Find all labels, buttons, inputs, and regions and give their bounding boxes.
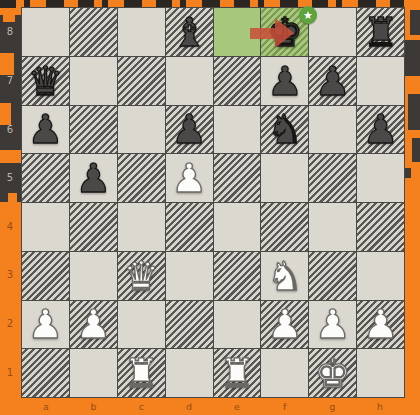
white-knight-f3[interactable]: ♞	[267, 256, 303, 296]
square-f8[interactable]: ♚	[261, 8, 308, 56]
square-e4[interactable]	[214, 203, 261, 251]
square-g3[interactable]	[309, 252, 356, 300]
square-g5[interactable]	[309, 154, 356, 202]
square-c7[interactable]	[118, 57, 165, 105]
square-a1[interactable]	[22, 349, 69, 397]
white-king-g1[interactable]: ♚	[315, 353, 351, 393]
square-b8[interactable]	[70, 8, 117, 56]
white-pawn-d5[interactable]: ♟	[171, 158, 207, 198]
square-d2[interactable]	[166, 301, 213, 349]
square-f1[interactable]	[261, 349, 308, 397]
file-label-e: e	[230, 401, 244, 412]
black-pawn-a6[interactable]: ♟	[28, 109, 64, 149]
square-h8[interactable]: ♜	[357, 8, 404, 56]
square-h4[interactable]	[357, 203, 404, 251]
white-pawn-h2[interactable]: ♟	[363, 304, 399, 344]
square-h5[interactable]	[357, 154, 404, 202]
pixel-decoration	[0, 53, 14, 75]
black-pawn-h6[interactable]: ♟	[363, 109, 399, 149]
black-rook-h8[interactable]: ♜	[363, 12, 399, 52]
rank-label-7: 7	[0, 75, 20, 87]
black-pawn-f7[interactable]: ♟	[267, 61, 303, 101]
square-h3[interactable]	[357, 252, 404, 300]
square-b7[interactable]	[70, 57, 117, 105]
square-h7[interactable]	[357, 57, 404, 105]
square-c6[interactable]	[118, 106, 165, 154]
chess-board-grid: ♝♚♜♛♟♟♟♟♞♟♟♟♛♞♟♟♟♟♟♜♜♚	[22, 8, 404, 397]
rank-label-1: 1	[0, 367, 20, 379]
white-queen-c3[interactable]: ♛	[123, 256, 159, 296]
square-h1[interactable]	[357, 349, 404, 397]
square-f2[interactable]: ♟	[261, 301, 308, 349]
left-coordinate-strip	[0, 8, 22, 397]
square-a3[interactable]	[22, 252, 69, 300]
pixel-decoration	[8, 193, 17, 202]
black-bishop-d8[interactable]: ♝	[171, 12, 207, 52]
square-a6[interactable]: ♟	[22, 106, 69, 154]
file-label-d: d	[182, 401, 196, 412]
square-e1[interactable]: ♜	[214, 349, 261, 397]
square-f3[interactable]: ♞	[261, 252, 308, 300]
frame-bottom-strip	[0, 397, 420, 415]
square-a2[interactable]: ♟	[22, 301, 69, 349]
pixel-decoration	[0, 8, 22, 15]
rank-label-8: 8	[0, 26, 20, 38]
white-rook-e1[interactable]: ♜	[219, 353, 255, 393]
black-queen-a7[interactable]: ♛	[28, 61, 64, 101]
square-d7[interactable]	[166, 57, 213, 105]
square-b5[interactable]: ♟	[70, 154, 117, 202]
square-b1[interactable]	[70, 349, 117, 397]
pixel-decoration	[404, 40, 420, 76]
square-d4[interactable]	[166, 203, 213, 251]
square-a7[interactable]: ♛	[22, 57, 69, 105]
white-pawn-g2[interactable]: ♟	[315, 304, 351, 344]
square-h6[interactable]: ♟	[357, 106, 404, 154]
rank-label-6: 6	[0, 124, 20, 136]
pixel-decoration	[0, 103, 11, 125]
pixel-decoration	[3, 15, 15, 22]
white-pawn-a2[interactable]: ♟	[28, 304, 64, 344]
square-g8[interactable]	[309, 8, 356, 56]
square-d1[interactable]	[166, 349, 213, 397]
black-pawn-b5[interactable]: ♟	[75, 158, 111, 198]
file-label-a: a	[39, 401, 53, 412]
rank-label-4: 4	[0, 221, 20, 233]
pixel-decoration	[0, 150, 22, 163]
square-d3[interactable]	[166, 252, 213, 300]
square-b4[interactable]	[70, 203, 117, 251]
white-pawn-b2[interactable]: ♟	[75, 304, 111, 344]
square-h2[interactable]: ♟	[357, 301, 404, 349]
square-f7[interactable]: ♟	[261, 57, 308, 105]
square-b3[interactable]	[70, 252, 117, 300]
square-d5[interactable]: ♟	[166, 154, 213, 202]
chess-app-screenshot: ♝♚♜♛♟♟♟♟♞♟♟♟♛♞♟♟♟♟♟♜♜♚ ★ 87654321abcdefg…	[0, 0, 420, 415]
pixel-decoration	[404, 168, 411, 178]
black-knight-f6[interactable]: ♞	[267, 109, 303, 149]
square-f5[interactable]	[261, 154, 308, 202]
square-a8[interactable]	[22, 8, 69, 56]
square-c1[interactable]: ♜	[118, 349, 165, 397]
rank-label-3: 3	[0, 269, 20, 281]
frame-right-strip	[404, 0, 420, 415]
square-e2[interactable]	[214, 301, 261, 349]
pixel-decoration	[408, 94, 420, 130]
square-e5[interactable]	[214, 154, 261, 202]
file-label-b: b	[87, 401, 101, 412]
black-pawn-g7[interactable]: ♟	[315, 61, 351, 101]
square-c2[interactable]	[118, 301, 165, 349]
square-g1[interactable]: ♚	[309, 349, 356, 397]
square-d8[interactable]: ♝	[166, 8, 213, 56]
square-b6[interactable]	[70, 106, 117, 154]
square-d6[interactable]: ♟	[166, 106, 213, 154]
file-label-c: c	[134, 401, 148, 412]
rank-label-5: 5	[0, 172, 20, 184]
square-c3[interactable]: ♛	[118, 252, 165, 300]
square-e8[interactable]	[214, 8, 261, 56]
square-c5[interactable]	[118, 154, 165, 202]
square-e6[interactable]	[214, 106, 261, 154]
square-g4[interactable]	[309, 203, 356, 251]
file-label-h: h	[373, 401, 387, 412]
square-e7[interactable]	[214, 57, 261, 105]
black-pawn-d6[interactable]: ♟	[171, 109, 207, 149]
square-f6[interactable]: ♞	[261, 106, 308, 154]
pixel-decoration	[412, 138, 420, 162]
file-label-g: g	[325, 401, 339, 412]
square-f4[interactable]	[261, 203, 308, 251]
square-b2[interactable]: ♟	[70, 301, 117, 349]
square-a4[interactable]	[22, 203, 69, 251]
square-c4[interactable]	[118, 203, 165, 251]
square-e3[interactable]	[214, 252, 261, 300]
square-g2[interactable]: ♟	[309, 301, 356, 349]
white-rook-c1[interactable]: ♜	[123, 353, 159, 393]
white-pawn-f2[interactable]: ♟	[267, 304, 303, 344]
pixel-decoration	[410, 10, 420, 35]
square-g7[interactable]: ♟	[309, 57, 356, 105]
black-king-f8[interactable]: ♚	[267, 12, 303, 52]
file-label-f: f	[278, 401, 292, 412]
square-c8[interactable]	[118, 8, 165, 56]
square-a5[interactable]	[22, 154, 69, 202]
square-g6[interactable]	[309, 106, 356, 154]
frame-top-strip	[0, 0, 420, 8]
rank-label-2: 2	[0, 318, 20, 330]
